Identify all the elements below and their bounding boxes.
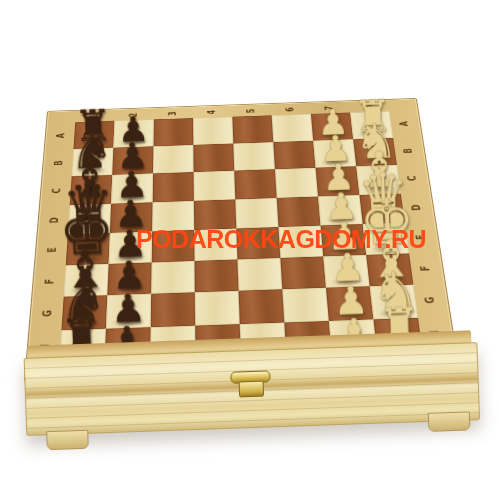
square-c5[interactable] bbox=[234, 169, 276, 199]
square-b6[interactable] bbox=[273, 140, 315, 169]
square-d5[interactable] bbox=[235, 198, 278, 229]
watermark-text: PODAROKKAGDOMY.RU bbox=[136, 225, 426, 254]
square-g3[interactable] bbox=[151, 292, 196, 327]
square-a3[interactable] bbox=[153, 118, 193, 146]
box-foot-right bbox=[428, 411, 471, 431]
brass-clasp-icon bbox=[229, 370, 272, 398]
coordinate-text: C bbox=[52, 188, 63, 194]
coordinate-text: B bbox=[403, 148, 414, 154]
square-g6[interactable] bbox=[282, 288, 329, 322]
square-f3[interactable] bbox=[151, 261, 195, 294]
coordinate-text: F bbox=[44, 278, 56, 284]
square-b3[interactable] bbox=[153, 145, 194, 174]
coordinate-text: E bbox=[47, 247, 58, 253]
frame-corner bbox=[388, 100, 416, 111]
square-f6[interactable] bbox=[280, 256, 326, 289]
coordinate-text: 3 bbox=[168, 111, 178, 116]
coordinate-text: C bbox=[407, 176, 418, 182]
square-a5[interactable] bbox=[232, 115, 273, 143]
square-c4[interactable] bbox=[194, 171, 236, 201]
coordinate-text: G bbox=[42, 310, 54, 317]
coordinate-text: 4 bbox=[208, 110, 218, 115]
square-b4[interactable] bbox=[193, 143, 234, 172]
square-a4[interactable] bbox=[193, 117, 233, 145]
square-c3[interactable] bbox=[152, 172, 193, 202]
coordinate-text: B bbox=[54, 160, 65, 166]
square-g5[interactable] bbox=[239, 289, 285, 323]
square-c6[interactable] bbox=[275, 168, 318, 198]
coordinate-text: A bbox=[56, 133, 67, 138]
coordinate-text: 6 bbox=[286, 107, 296, 112]
clasp-plate bbox=[239, 381, 265, 398]
coordinate-text: 5 bbox=[247, 108, 257, 113]
product-photo: 12345678A♜♟♟♜AB♞♟♟♞BC♝♟♟♝CD♛♟♟♛DE♚♟♟♚EF♝… bbox=[0, 0, 500, 500]
square-d6[interactable] bbox=[277, 196, 321, 227]
square-b5[interactable] bbox=[233, 142, 275, 171]
coordinate-text: G bbox=[424, 297, 436, 304]
coordinate-text: F bbox=[420, 265, 432, 271]
square-f5[interactable] bbox=[237, 258, 282, 291]
square-a6[interactable] bbox=[272, 114, 314, 142]
box-foot-left bbox=[46, 430, 89, 450]
square-g4[interactable] bbox=[195, 291, 240, 325]
coordinate-text: A bbox=[399, 121, 410, 126]
square-f4[interactable] bbox=[194, 259, 238, 292]
